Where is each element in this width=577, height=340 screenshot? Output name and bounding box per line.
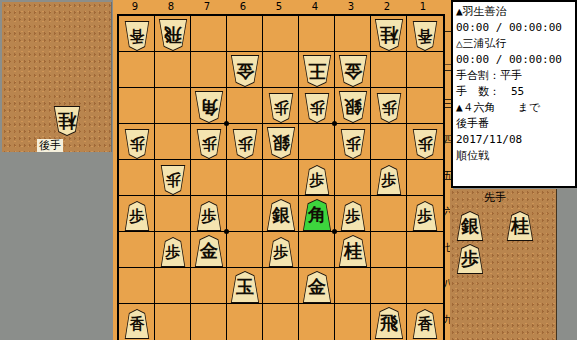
square-7二[interactable] (191, 52, 227, 88)
col-label-9: 9 (117, 0, 153, 13)
col-label-1: 1 (405, 0, 441, 13)
sente-komadai: 先手 銀桂歩 (450, 189, 557, 340)
square-2四[interactable] (371, 124, 407, 160)
piece-kanji: 銀 (457, 212, 483, 240)
square-6七[interactable] (227, 232, 263, 268)
col-label-6: 6 (225, 0, 261, 13)
sente-stand-label: 先手 (484, 191, 506, 204)
sente-clock: 00:00 / 00:00:00 (456, 20, 575, 36)
square-5一[interactable] (263, 16, 299, 52)
square-9二[interactable] (119, 52, 155, 88)
piece-pawn[interactable]: 歩 (456, 244, 484, 274)
square-5九[interactable] (263, 304, 299, 340)
square-2六[interactable] (371, 196, 407, 232)
col-label-2: 2 (369, 0, 405, 13)
square-8三[interactable] (155, 88, 191, 124)
sente-player-name: ▲羽生善治 (456, 4, 575, 20)
square-9五[interactable] (119, 160, 155, 196)
square-2七[interactable] (371, 232, 407, 268)
board-column-labels: 987654321 (117, 0, 441, 13)
gote-clock: 00:00 / 00:00:00 (456, 52, 575, 68)
square-7一[interactable] (191, 16, 227, 52)
square-6一[interactable] (227, 16, 263, 52)
hoshi-dot (332, 229, 337, 234)
board-grid: 香飛桂香金王金角歩歩銀歩歩歩歩銀歩歩歩歩歩歩歩銀角歩歩歩金歩桂玉金香飛香 (117, 14, 445, 340)
square-3五[interactable] (335, 160, 371, 196)
square-3一[interactable] (335, 16, 371, 52)
hoshi-dot (224, 121, 229, 126)
square-5五[interactable] (263, 160, 299, 196)
piece-kanji: 歩 (457, 245, 483, 273)
square-4四[interactable] (299, 124, 335, 160)
square-7八[interactable] (191, 268, 227, 304)
square-8六[interactable] (155, 196, 191, 232)
square-6三[interactable] (227, 88, 263, 124)
square-6九[interactable] (227, 304, 263, 340)
square-4一[interactable] (299, 16, 335, 52)
square-5二[interactable] (263, 52, 299, 88)
square-3八[interactable] (335, 268, 371, 304)
event-line: 順位戦 (456, 148, 575, 164)
square-1七[interactable] (407, 232, 443, 268)
square-2二[interactable] (371, 52, 407, 88)
gote-komadai: 後手 桂 (2, 2, 112, 152)
handicap-line: 手合割：平手 (456, 68, 575, 84)
square-9七[interactable] (119, 232, 155, 268)
col-label-8: 8 (153, 0, 189, 13)
square-8二[interactable] (155, 52, 191, 88)
square-6五[interactable] (227, 160, 263, 196)
square-1五[interactable] (407, 160, 443, 196)
square-3九[interactable] (335, 304, 371, 340)
col-label-7: 7 (189, 0, 225, 13)
col-label-4: 4 (297, 0, 333, 13)
square-8九[interactable] (155, 304, 191, 340)
info-panel: ▲羽生善治 00:00 / 00:00:00 △三浦弘行 00:00 / 00:… (451, 0, 577, 188)
hoshi-dot (224, 229, 229, 234)
square-5八[interactable] (263, 268, 299, 304)
date-line: 2017/11/08 (456, 132, 575, 148)
last-move-line: ▲４六角 まで (456, 100, 575, 116)
gote-turn-label: 後手 (37, 139, 63, 152)
square-6六[interactable] (227, 196, 263, 232)
square-4七[interactable] (299, 232, 335, 268)
square-1三[interactable] (407, 88, 443, 124)
piece-knight[interactable]: 桂 (53, 106, 81, 136)
hoshi-dot (332, 121, 337, 126)
square-8八[interactable] (155, 268, 191, 304)
move-count-line: 手 数： 55 (456, 84, 575, 100)
square-1二[interactable] (407, 52, 443, 88)
col-label-5: 5 (261, 0, 297, 13)
square-7九[interactable] (191, 304, 227, 340)
shogi-board: 987654321 一二三四五六七八九 香飛桂香金王金角歩歩銀歩歩歩歩銀歩歩歩歩… (113, 0, 453, 340)
shogi-app-window: 後手 桂 987654321 一二三四五六七八九 香飛桂香金王金角歩歩銀歩歩歩歩… (0, 0, 577, 340)
square-1八[interactable] (407, 268, 443, 304)
square-9三[interactable] (119, 88, 155, 124)
square-9八[interactable] (119, 268, 155, 304)
turn-line: 後手番 (456, 116, 575, 132)
square-4九[interactable] (299, 304, 335, 340)
square-2八[interactable] (371, 268, 407, 304)
piece-kanji: 桂 (54, 107, 80, 135)
piece-silver[interactable]: 銀 (456, 211, 484, 241)
col-label-3: 3 (333, 0, 369, 13)
piece-knight[interactable]: 桂 (506, 211, 534, 241)
square-8四[interactable] (155, 124, 191, 160)
gote-player-name: △三浦弘行 (456, 36, 575, 52)
piece-kanji: 桂 (507, 212, 533, 240)
square-7五[interactable] (191, 160, 227, 196)
